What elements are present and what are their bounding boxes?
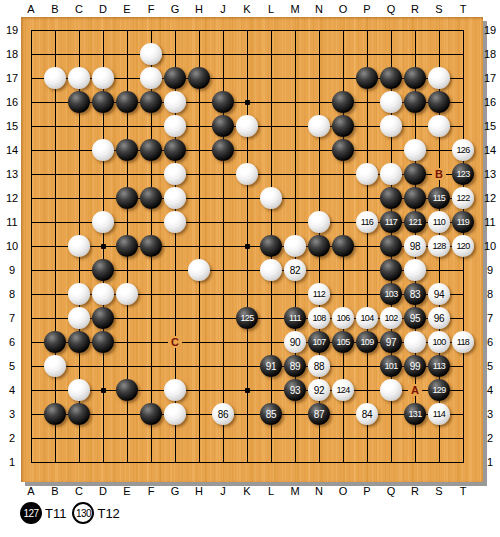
stone-black [92,91,114,113]
coord-number-right: 17 [479,70,500,86]
stone-white [236,115,258,137]
coord-number-right: 1 [479,454,500,470]
coord-letter-top: E [115,1,139,17]
coord-number-right: 19 [479,22,500,38]
star-point [245,388,250,393]
stone-white [284,235,306,257]
stone-white [140,43,162,65]
coord-letter-top: P [355,1,379,17]
stone-black [116,91,138,113]
stone-white: 82 [284,259,306,281]
stone-black [380,67,402,89]
coord-number-left: 14 [1,142,23,158]
stone-white: 128 [428,235,450,257]
star-point [245,244,250,249]
coord-letter-bottom: B [43,483,67,499]
coord-letter-top: G [163,1,187,17]
stone-black: 87 [308,403,330,425]
coord-number-right: 12 [479,190,500,206]
coord-number-left: 15 [1,118,23,134]
star-point [101,388,106,393]
stone-white [92,211,114,233]
coord-letter-top: A [19,1,43,17]
stone-black: 111 [284,307,306,329]
stone-white: 98 [404,235,426,257]
coord-letter-bottom: O [331,483,355,499]
stone-white [428,115,450,137]
stone-white [308,115,330,137]
stone-black: 115 [428,187,450,209]
coord-letter-bottom: H [187,483,211,499]
stone-white [68,283,90,305]
stone-white: 118 [452,331,474,353]
stone-white: 102 [380,307,402,329]
stone-black [44,403,66,425]
stone-black: 83 [404,283,426,305]
star-point [245,100,250,105]
stone-black [92,307,114,329]
stone-black [308,235,330,257]
coord-letter-bottom: P [355,483,379,499]
stone-black [140,139,162,161]
stone-black: 129 [428,379,450,401]
stone-black [332,235,354,257]
stone-white: 124 [332,379,354,401]
stone-white: 86 [212,403,234,425]
coord-number-right: 6 [479,334,500,350]
coord-number-right: 11 [479,214,500,230]
caption: 127 T11 130 T12 [20,501,124,525]
coord-number-left: 11 [1,214,23,230]
point-label-b: B [432,168,446,180]
coord-letter-top: Q [379,1,403,17]
stone-black [188,67,210,89]
stone-black [212,115,234,137]
coord-number-left: 19 [1,22,23,38]
stone-white [44,355,66,377]
stone-white [164,163,186,185]
stone-black [116,235,138,257]
stone-black: 85 [260,403,282,425]
stone-black [116,139,138,161]
stone-white [404,331,426,353]
stone-white [380,115,402,137]
coord-number-left: 5 [1,358,23,374]
stone-white [164,403,186,425]
stone-black [332,139,354,161]
stone-white: 122 [452,187,474,209]
coord-number-left: 17 [1,70,23,86]
stone-white [92,67,114,89]
stone-black: 121 [404,211,426,233]
stone-white: 120 [452,235,474,257]
stone-black: 125 [236,307,258,329]
coord-letter-bottom: S [427,483,451,499]
stone-white [404,139,426,161]
coord-letter-bottom: N [307,483,331,499]
stone-white [116,283,138,305]
coord-letter-top: F [139,1,163,17]
coord-letter-top: D [91,1,115,17]
stone-black: 107 [308,331,330,353]
coord-number-right: 4 [479,382,500,398]
stone-black [212,91,234,113]
stone-white [92,139,114,161]
coord-letter-top: L [259,1,283,17]
coord-number-left: 4 [1,382,23,398]
stone-black [116,187,138,209]
stone-white [164,115,186,137]
stone-white: 90 [284,331,306,353]
coord-letter-top: B [43,1,67,17]
stone-black [164,67,186,89]
coord-letter-bottom: G [163,483,187,499]
stone-black [404,67,426,89]
stone-black [44,331,66,353]
coord-number-right: 18 [479,46,500,62]
stone-black: 97 [380,331,402,353]
stone-white [164,187,186,209]
stone-black: 91 [260,355,282,377]
stone-black [260,235,282,257]
stone-black [380,187,402,209]
stone-black: 109 [356,331,378,353]
stone-black [92,259,114,281]
stone-white: 100 [428,331,450,353]
coord-number-left: 16 [1,94,23,110]
stone-black [212,139,234,161]
stone-white: 112 [308,283,330,305]
coord-number-right: 14 [479,142,500,158]
stone-white [164,379,186,401]
stone-black [116,379,138,401]
coord-number-left: 8 [1,286,23,302]
stone-black: 101 [380,355,402,377]
coord-letter-bottom: Q [379,483,403,499]
stone-white [236,163,258,185]
stone-black [332,115,354,137]
coord-letter-bottom: E [115,483,139,499]
go-diagram: 127 T11 130 T12 AABBCCDDEEFFGGHHJJKKLLMM… [0,0,500,537]
coord-number-right: 7 [479,310,500,326]
stone-black [68,403,90,425]
coord-number-left: 12 [1,190,23,206]
stone-black [164,139,186,161]
stone-black [332,91,354,113]
coord-letter-bottom: A [19,483,43,499]
coord-letter-bottom: D [91,483,115,499]
stone-white [164,211,186,233]
coord-letter-bottom: R [403,483,427,499]
stone-black: 93 [284,379,306,401]
coord-number-right: 16 [479,94,500,110]
stone-white: 114 [428,403,450,425]
coord-number-left: 1 [1,454,23,470]
stone-white [68,235,90,257]
stone-white [428,67,450,89]
stone-black: 123 [452,163,474,185]
stone-white [380,379,402,401]
star-point [101,244,106,249]
caption-white-point: T12 [97,506,119,521]
coord-letter-top: N [307,1,331,17]
coord-number-left: 2 [1,430,23,446]
stone-black [428,91,450,113]
point-label-a: A [408,384,422,396]
coord-number-left: 9 [1,262,23,278]
coord-letter-bottom: C [67,483,91,499]
caption-white-move: 130 [76,508,91,519]
coord-letter-bottom: K [235,483,259,499]
stone-black [404,187,426,209]
stone-white [68,67,90,89]
coord-number-right: 15 [479,118,500,134]
stone-black [380,235,402,257]
stone-white [140,67,162,89]
stone-white [68,379,90,401]
caption-black-move: 127 [24,508,39,519]
stone-white: 104 [356,307,378,329]
coord-number-left: 3 [1,406,23,422]
coord-letter-top: K [235,1,259,17]
coord-letter-top: H [187,1,211,17]
stone-black [356,67,378,89]
coord-letter-bottom: L [259,483,283,499]
stone-black [380,259,402,281]
stone-white: 108 [308,307,330,329]
stone-black: 103 [380,283,402,305]
coord-number-left: 6 [1,334,23,350]
stone-white [260,187,282,209]
caption-stone-white: 130 [72,502,94,524]
stone-black [140,403,162,425]
stone-white [68,307,90,329]
stone-black: 131 [404,403,426,425]
stone-white [188,259,210,281]
stone-white [92,283,114,305]
coord-number-right: 10 [479,238,500,254]
coord-number-right: 5 [479,358,500,374]
stone-black: 99 [404,355,426,377]
coord-letter-top: S [427,1,451,17]
stone-black [404,91,426,113]
coord-number-left: 13 [1,166,23,182]
coord-letter-top: R [403,1,427,17]
stone-white: 96 [428,307,450,329]
stone-white [404,259,426,281]
coord-letter-bottom: F [139,483,163,499]
stone-black: 95 [404,307,426,329]
stone-white [356,163,378,185]
stone-black [140,187,162,209]
point-label-c: C [168,336,182,348]
coord-letter-top: M [283,1,307,17]
stone-white: 92 [308,379,330,401]
stone-white: 110 [428,211,450,233]
stone-white [308,211,330,233]
coord-number-left: 18 [1,46,23,62]
stone-black [404,163,426,185]
stone-white: 126 [452,139,474,161]
stone-white: 84 [356,403,378,425]
stone-black: 105 [332,331,354,353]
stone-white [44,67,66,89]
coord-number-right: 13 [479,166,500,182]
stone-black [140,91,162,113]
coord-letter-bottom: T [451,483,475,499]
stone-white [164,91,186,113]
stone-black [92,331,114,353]
stone-black [68,91,90,113]
coord-letter-top: T [451,1,475,17]
stone-white [380,91,402,113]
coord-number-right: 2 [479,430,500,446]
stone-black: 117 [380,211,402,233]
stone-black: 113 [428,355,450,377]
stone-white [260,259,282,281]
coord-letter-bottom: J [211,483,235,499]
coord-number-left: 10 [1,238,23,254]
coord-number-left: 7 [1,310,23,326]
stone-black: 119 [452,211,474,233]
coord-number-right: 8 [479,286,500,302]
stone-white: 94 [428,283,450,305]
stone-white: 88 [308,355,330,377]
stone-white: 106 [332,307,354,329]
coord-number-right: 9 [479,262,500,278]
stone-black [140,235,162,257]
caption-black-point: T11 [45,506,66,521]
coord-number-right: 3 [479,406,500,422]
coord-letter-top: J [211,1,235,17]
coord-letter-bottom: M [283,483,307,499]
caption-stone-black: 127 [20,502,42,524]
stone-black: 89 [284,355,306,377]
coord-letter-top: O [331,1,355,17]
stone-white [380,163,402,185]
coord-letter-top: C [67,1,91,17]
stone-white: 116 [356,211,378,233]
stone-black [68,331,90,353]
